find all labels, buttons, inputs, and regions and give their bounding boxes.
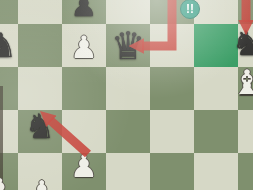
square-r4c6[interactable] xyxy=(238,153,253,190)
square-r0c3[interactable] xyxy=(106,0,150,24)
brilliant-move-label: !! xyxy=(186,2,194,16)
square-r2c3[interactable] xyxy=(106,67,150,110)
square-r0c1[interactable] xyxy=(18,0,62,24)
square-r0c6[interactable] xyxy=(238,0,253,24)
chess-app-photo: !! ♞♟♟♛♞♝♞♟♟♟ xyxy=(0,0,253,190)
white-pawn[interactable]: ♟ xyxy=(70,32,98,63)
brilliant-move-badge: !! xyxy=(180,0,200,19)
square-r0c5[interactable] xyxy=(194,0,238,24)
white-pawn[interactable]: ♟ xyxy=(29,177,56,190)
white-pawn[interactable]: ♟ xyxy=(70,151,98,182)
square-r3c5[interactable] xyxy=(194,110,238,153)
square-r3c4[interactable] xyxy=(150,110,194,153)
square-r4c3[interactable] xyxy=(106,153,150,190)
black-knight[interactable]: ♞ xyxy=(0,28,17,62)
square-r2c1[interactable] xyxy=(18,67,62,110)
black-pawn[interactable]: ♟ xyxy=(71,0,98,21)
square-r2c2[interactable] xyxy=(62,67,106,110)
black-knight[interactable]: ♞ xyxy=(232,26,253,60)
square-r1c4[interactable] xyxy=(150,24,194,67)
square-r4c5[interactable] xyxy=(194,153,238,190)
square-r4c4[interactable] xyxy=(150,153,194,190)
square-r0c0[interactable] xyxy=(0,0,18,24)
square-r3c6[interactable] xyxy=(238,110,253,153)
white-pawn[interactable]: ♟ xyxy=(0,175,13,190)
square-r2c4[interactable] xyxy=(150,67,194,110)
black-knight[interactable]: ♞ xyxy=(25,109,55,143)
photo-area: !! ♞♟♟♛♞♝♞♟♟♟ xyxy=(0,0,253,190)
square-r1c1[interactable] xyxy=(18,24,62,67)
white-bishop[interactable]: ♝ xyxy=(232,65,253,99)
black-queen[interactable]: ♛ xyxy=(111,27,145,65)
square-r3c3[interactable] xyxy=(106,110,150,153)
